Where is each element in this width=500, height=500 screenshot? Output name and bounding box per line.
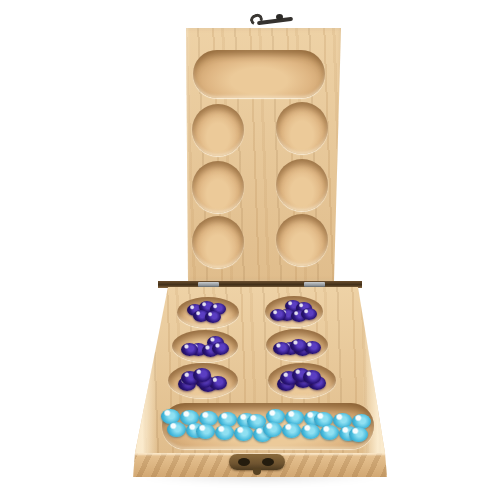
glass-stone-cyan <box>196 424 215 439</box>
base-pit-r2-c1[interactable] <box>172 330 238 362</box>
clasp-knob <box>276 14 283 20</box>
glass-stone-cyan <box>282 423 301 438</box>
glass-stone-purple <box>303 370 321 384</box>
lid-pit-r2-c1[interactable] <box>192 161 244 213</box>
lid-pit-r3-c2[interactable] <box>276 214 328 266</box>
glass-stone-purple <box>290 339 307 352</box>
latch-drop <box>253 468 261 475</box>
board-lid <box>184 28 345 281</box>
lid-pit-r1-c2[interactable] <box>276 102 328 154</box>
lid-pit-r2-c2[interactable] <box>276 159 328 211</box>
glass-stone-cyan <box>218 412 237 427</box>
base-store-pit[interactable] <box>162 403 374 449</box>
base-pit-r1-c1[interactable] <box>177 297 239 328</box>
latch-knob <box>238 458 250 466</box>
glass-stone-cyan <box>301 424 320 439</box>
glass-stone-cyan <box>263 422 282 437</box>
hinge-icon <box>198 282 219 287</box>
base-pit-r3-c1[interactable] <box>168 363 238 398</box>
lid-pit-r1-c1[interactable] <box>192 104 244 156</box>
glass-stone-cyan <box>320 425 339 440</box>
glass-stone-cyan <box>167 422 186 437</box>
glass-stone-purple <box>273 342 290 355</box>
base-pit-r1-c2[interactable] <box>265 296 323 327</box>
glass-stone-cyan <box>285 410 304 425</box>
glass-stone-purple <box>212 342 229 355</box>
board-base-tray <box>135 287 385 453</box>
base-pit-r2-c2[interactable] <box>266 329 328 361</box>
lid-pit-r3-c1[interactable] <box>192 216 244 268</box>
glass-stone-cyan <box>349 427 368 442</box>
glass-stone-purple <box>301 308 317 320</box>
board-front-edge <box>133 453 387 477</box>
glass-stone-purple <box>270 309 286 321</box>
hinge-strip <box>158 281 362 288</box>
glass-stone-purple <box>181 343 198 356</box>
mancala-board-photo <box>0 0 500 500</box>
latch-icon <box>229 454 285 470</box>
glass-stone-purple <box>205 311 221 323</box>
glass-stone-cyan <box>199 411 218 426</box>
glass-stone-cyan <box>352 414 371 429</box>
glass-stone-cyan <box>266 409 285 424</box>
glass-stone-purple <box>193 368 211 382</box>
glass-stone-cyan <box>234 426 253 441</box>
latch-knob <box>262 458 274 466</box>
base-pit-r3-c2[interactable] <box>268 363 336 398</box>
hinge-icon <box>304 282 325 287</box>
glass-stone-cyan <box>215 425 234 440</box>
lid-store-pit[interactable] <box>193 50 325 98</box>
